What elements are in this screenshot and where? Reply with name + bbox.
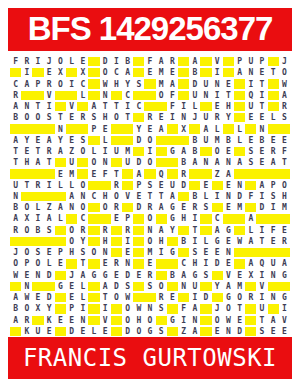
letter-cell: N <box>256 123 267 134</box>
letter-cell: P <box>32 78 43 89</box>
letter-cell: I <box>279 303 290 314</box>
letter-cell: L <box>55 180 66 191</box>
letter-cell: L <box>200 236 211 247</box>
letter-cell: I <box>256 292 267 303</box>
letter-cell: A <box>223 168 234 179</box>
letter-cell: E <box>21 270 32 281</box>
letter-cell: A <box>167 78 178 89</box>
letter-cell: A <box>245 213 256 224</box>
letter-cell: R <box>279 101 290 112</box>
letter-cell: O <box>88 157 99 168</box>
blocked-cell <box>111 225 122 236</box>
letter-cell: T <box>10 157 21 168</box>
blocked-cell <box>234 213 245 224</box>
letter-cell: O <box>88 247 99 258</box>
letter-cell: O <box>21 303 32 314</box>
letter-cell: U <box>10 180 21 191</box>
blocked-cell <box>133 213 144 224</box>
letter-cell: A <box>10 135 21 146</box>
blocked-cell <box>256 247 267 258</box>
letter-cell: I <box>256 90 267 101</box>
blocked-cell <box>144 90 155 101</box>
letter-cell: B <box>189 135 200 146</box>
letter-cell: A <box>55 146 66 157</box>
letter-cell: E <box>100 258 111 269</box>
letter-cell: O <box>111 292 122 303</box>
blocked-cell <box>44 168 55 179</box>
letter-cell: H <box>21 157 32 168</box>
letter-cell: R <box>21 56 32 67</box>
letter-cell: I <box>178 315 189 326</box>
letter-cell: W <box>223 315 234 326</box>
letter-cell: C <box>133 101 144 112</box>
letter-cell: P <box>133 180 144 191</box>
blocked-cell <box>245 123 256 134</box>
letter-cell: R <box>279 236 290 247</box>
puzzle-grid: FRIJOLEDIBFARAVPUPJIEXXOCAEMEBIANETOCAPR… <box>10 56 290 337</box>
letter-cell: R <box>156 292 167 303</box>
letter-cell: E <box>200 247 211 258</box>
letter-cell: E <box>100 123 111 134</box>
blocked-cell <box>268 78 279 89</box>
letter-cell: E <box>66 112 77 123</box>
letter-cell: T <box>256 315 267 326</box>
letter-cell: H <box>279 191 290 202</box>
blocked-cell <box>133 258 144 269</box>
letter-cell: I <box>245 78 256 89</box>
blocked-cell <box>212 202 223 213</box>
blocked-cell <box>100 180 111 191</box>
blocked-cell <box>21 191 32 202</box>
letter-cell: T <box>55 112 66 123</box>
blocked-cell <box>156 135 167 146</box>
letter-cell: X <box>77 67 88 78</box>
letter-cell: L <box>88 146 99 157</box>
blocked-cell <box>245 326 256 337</box>
blocked-cell <box>21 236 32 247</box>
letter-cell: L <box>212 123 223 134</box>
letter-cell: S <box>88 112 99 123</box>
letter-cell: B <box>167 270 178 281</box>
letter-cell: R <box>144 202 155 213</box>
letter-cell: T <box>223 90 234 101</box>
letter-cell: B <box>10 202 21 213</box>
blocked-cell <box>223 56 234 67</box>
letter-cell: N <box>245 67 256 78</box>
letter-cell: R <box>111 180 122 191</box>
letter-cell: S <box>189 247 200 258</box>
blocked-cell <box>32 191 43 202</box>
letter-cell: U <box>245 101 256 112</box>
letter-cell: L <box>234 123 245 134</box>
letter-cell: E <box>66 281 77 292</box>
letter-cell: N <box>122 258 133 269</box>
blocked-cell <box>32 90 43 101</box>
letter-cell: L <box>66 56 77 67</box>
letter-cell: R <box>144 112 155 123</box>
blocked-cell <box>88 315 99 326</box>
blocked-cell <box>55 157 66 168</box>
letter-cell: I <box>32 56 43 67</box>
letter-cell: A <box>268 157 279 168</box>
letter-cell: U <box>268 258 279 269</box>
letter-cell: C <box>77 78 88 89</box>
letter-cell: L <box>44 258 55 269</box>
letter-cell: E <box>223 236 234 247</box>
letter-cell: W <box>234 236 245 247</box>
letter-cell: O <box>212 315 223 326</box>
letter-cell: O <box>55 56 66 67</box>
blocked-cell <box>133 247 144 258</box>
blocked-cell <box>245 315 256 326</box>
blocked-cell <box>122 168 133 179</box>
blocked-cell <box>55 303 66 314</box>
letter-cell: E <box>111 270 122 281</box>
letter-cell: I <box>21 67 32 78</box>
letter-cell: M <box>234 202 245 213</box>
letter-cell: E <box>212 247 223 258</box>
letter-cell: B <box>10 112 21 123</box>
letter-cell: I <box>111 56 122 67</box>
letter-cell: H <box>100 236 111 247</box>
letter-cell: E <box>156 112 167 123</box>
letter-cell: L <box>268 112 279 123</box>
blocked-cell <box>178 292 189 303</box>
letter-cell: Y <box>212 281 223 292</box>
letter-cell: E <box>100 326 111 337</box>
blocked-cell <box>144 292 155 303</box>
letter-cell: J <box>10 247 21 258</box>
blocked-cell <box>55 292 66 303</box>
letter-cell: W <box>122 292 133 303</box>
letter-cell: L <box>100 135 111 146</box>
letter-cell: C <box>111 67 122 78</box>
letter-cell: D <box>133 157 144 168</box>
letter-cell: R <box>32 180 43 191</box>
letter-cell: D <box>44 270 55 281</box>
letter-cell: N <box>100 90 111 101</box>
letter-cell: F <box>245 191 256 202</box>
letter-cell: E <box>279 326 290 337</box>
letter-cell: E <box>178 202 189 213</box>
letter-cell: N <box>223 326 234 337</box>
blocked-cell <box>88 180 99 191</box>
blocked-cell <box>223 123 234 134</box>
blocked-cell <box>156 146 167 157</box>
letter-cell: O <box>133 326 144 337</box>
letter-cell: A <box>156 123 167 134</box>
letter-cell: U <box>200 112 211 123</box>
book-cover: BFS 1429256377 FRIJOLEDIBFARAVPUPJIEXXOC… <box>0 0 300 388</box>
blocked-cell <box>234 225 245 236</box>
letter-cell: T <box>32 146 43 157</box>
letter-cell: T <box>100 292 111 303</box>
letter-cell: B <box>189 146 200 157</box>
letter-cell: D <box>122 326 133 337</box>
letter-cell: U <box>256 303 267 314</box>
letter-cell: T <box>32 101 43 112</box>
blocked-cell <box>10 67 21 78</box>
letter-cell: E <box>223 146 234 157</box>
letter-cell: Z <box>178 326 189 337</box>
letter-cell: H <box>189 258 200 269</box>
letter-cell: F <box>10 56 21 67</box>
letter-cell: N <box>268 292 279 303</box>
letter-cell: I <box>100 303 111 314</box>
letter-cell: V <box>279 315 290 326</box>
letter-cell: I <box>212 90 223 101</box>
blocked-cell <box>88 236 99 247</box>
blocked-cell <box>66 67 77 78</box>
blocked-cell <box>88 213 99 224</box>
letter-cell: S <box>133 78 144 89</box>
letter-cell: G <box>167 247 178 258</box>
blocked-cell <box>111 247 122 258</box>
letter-cell: B <box>32 225 43 236</box>
letter-cell: V <box>44 90 55 101</box>
letter-cell: N <box>21 281 32 292</box>
letter-cell: N <box>32 270 43 281</box>
letter-cell: H <box>156 236 167 247</box>
letter-cell: I <box>212 191 223 202</box>
letter-cell: L <box>55 213 66 224</box>
letter-cell: X <box>178 123 189 134</box>
letter-cell: H <box>223 101 234 112</box>
letter-cell: N <box>178 112 189 123</box>
letter-cell: E <box>44 247 55 258</box>
letter-cell: G <box>212 236 223 247</box>
blocked-cell <box>88 292 99 303</box>
letter-cell: N <box>21 101 32 112</box>
blocked-cell <box>245 180 256 191</box>
blocked-cell <box>212 180 223 191</box>
blocked-cell <box>111 123 122 134</box>
letter-cell: I <box>100 146 111 157</box>
letter-cell: L <box>189 101 200 112</box>
letter-cell: R <box>44 146 55 157</box>
letter-cell: C <box>88 191 99 202</box>
letter-cell: N <box>100 157 111 168</box>
letter-cell: A <box>133 168 144 179</box>
letter-cell: E <box>133 191 144 202</box>
letter-cell: M <box>156 78 167 89</box>
letter-cell: O <box>21 112 32 123</box>
letter-cell: G <box>189 270 200 281</box>
letter-cell: A <box>234 67 245 78</box>
letter-cell: J <box>66 270 77 281</box>
letter-cell: G <box>223 225 234 236</box>
letter-cell: E <box>212 101 223 112</box>
letter-cell: A <box>156 202 167 213</box>
blocked-cell <box>200 168 211 179</box>
letter-cell: R <box>245 292 256 303</box>
letter-cell: S <box>77 247 88 258</box>
blocked-cell <box>44 123 55 134</box>
letter-cell: N <box>77 191 88 202</box>
letter-cell: S <box>279 112 290 123</box>
blocked-cell <box>156 157 167 168</box>
letter-cell: T <box>279 157 290 168</box>
letter-cell: V <box>66 101 77 112</box>
letter-cell: R <box>10 90 21 101</box>
blocked-cell <box>223 67 234 78</box>
letter-cell: E <box>144 67 155 78</box>
letter-cell: M <box>156 67 167 78</box>
blocked-cell <box>21 123 32 134</box>
letter-cell: F <box>268 225 279 236</box>
letter-cell: E <box>256 146 267 157</box>
blocked-cell <box>256 168 267 179</box>
letter-cell: T <box>100 101 111 112</box>
letter-cell: O <box>32 112 43 123</box>
blocked-cell <box>256 213 267 224</box>
letter-cell: R <box>111 202 122 213</box>
letter-cell: S <box>156 303 167 314</box>
letter-cell: X <box>32 303 43 314</box>
letter-cell: D <box>100 56 111 67</box>
letter-cell: N <box>200 90 211 101</box>
letter-cell: R <box>111 258 122 269</box>
letter-cell: U <box>189 90 200 101</box>
blocked-cell <box>44 281 55 292</box>
letter-cell: S <box>144 281 155 292</box>
letter-cell: V <box>256 281 267 292</box>
blocked-cell <box>133 67 144 78</box>
letter-cell: Y <box>21 135 32 146</box>
letter-cell: E <box>66 292 77 303</box>
letter-cell: E <box>88 168 99 179</box>
blocked-cell <box>234 101 245 112</box>
letter-cell: N <box>189 315 200 326</box>
letter-cell: D <box>133 135 144 146</box>
blocked-cell <box>178 135 189 146</box>
letter-cell: Y <box>55 135 66 146</box>
blocked-cell <box>44 236 55 247</box>
blocked-cell <box>167 326 178 337</box>
letter-cell: O <box>77 202 88 213</box>
letter-cell: E <box>55 315 66 326</box>
letter-cell: F <box>178 303 189 314</box>
letter-cell: E <box>268 135 279 146</box>
letter-cell: P <box>88 123 99 134</box>
letter-cell: O <box>55 78 66 89</box>
letter-cell: U <box>200 135 211 146</box>
blocked-cell <box>245 168 256 179</box>
blocked-cell <box>32 67 43 78</box>
letter-cell: N <box>178 281 189 292</box>
blocked-cell <box>178 56 189 67</box>
blocked-cell <box>10 281 21 292</box>
blocked-cell <box>111 157 122 168</box>
letter-cell: E <box>256 67 267 78</box>
blocked-cell <box>178 247 189 258</box>
letter-cell: S <box>256 326 267 337</box>
letter-cell: S <box>44 225 55 236</box>
blocked-cell <box>156 258 167 269</box>
letter-cell: Y <box>133 123 144 134</box>
letter-cell: R <box>212 112 223 123</box>
letter-cell: O <box>122 303 133 314</box>
letter-cell: M <box>122 146 133 157</box>
blocked-cell <box>223 213 234 224</box>
letter-cell: Y <box>44 303 55 314</box>
letter-cell: E <box>144 258 155 269</box>
blocked-cell <box>245 303 256 314</box>
letter-cell: P <box>21 258 32 269</box>
letter-cell: H <box>66 247 77 258</box>
letter-cell: N <box>223 247 234 258</box>
blocked-cell <box>189 180 200 191</box>
letter-cell: N <box>144 225 155 236</box>
letter-cell: E <box>32 135 43 146</box>
letter-cell: A <box>66 191 77 202</box>
letter-cell: C <box>212 213 223 224</box>
letter-cell: M <box>66 168 77 179</box>
blocked-cell <box>55 270 66 281</box>
blocked-cell <box>88 90 99 101</box>
letter-cell: O <box>77 146 88 157</box>
letter-cell: A <box>167 191 178 202</box>
letter-cell: B <box>122 56 133 67</box>
letter-cell: T <box>256 78 267 89</box>
blocked-cell <box>279 123 290 134</box>
letter-cell: D <box>212 258 223 269</box>
blocked-cell <box>189 123 200 134</box>
letter-cell: O <box>10 258 21 269</box>
blocked-cell <box>178 67 189 78</box>
letter-cell: V <box>223 270 234 281</box>
letter-cell: L <box>77 90 88 101</box>
letter-cell: B <box>189 191 200 202</box>
letter-cell: E <box>66 135 77 146</box>
blocked-cell <box>234 90 245 101</box>
letter-cell: O <box>279 180 290 191</box>
blocked-cell <box>200 213 211 224</box>
letter-cell: A <box>44 213 55 224</box>
blocked-cell <box>55 236 66 247</box>
letter-cell: B <box>223 135 234 146</box>
letter-cell: E <box>223 180 234 191</box>
letter-cell: U <box>122 157 133 168</box>
letter-cell: N <box>268 270 279 281</box>
letter-cell: A <box>189 56 200 67</box>
letter-cell: A <box>10 315 21 326</box>
letter-cell: E <box>223 78 234 89</box>
letter-cell: S <box>44 112 55 123</box>
letter-cell: E <box>122 247 133 258</box>
letter-cell: A <box>200 123 211 134</box>
letter-cell: P <box>256 56 267 67</box>
letter-cell: T <box>234 303 245 314</box>
letter-cell: W <box>100 78 111 89</box>
blocked-cell <box>212 292 223 303</box>
blocked-cell <box>88 225 99 236</box>
letter-cell: T <box>268 67 279 78</box>
letter-cell: S <box>245 146 256 157</box>
letter-cell: I <box>122 236 133 247</box>
letter-cell: G <box>167 146 178 157</box>
letter-cell: I <box>200 258 211 269</box>
letter-cell: E <box>111 213 122 224</box>
letter-cell: G <box>279 292 290 303</box>
letter-cell: R <box>77 225 88 236</box>
letter-cell: F <box>144 56 155 67</box>
blocked-cell <box>111 303 122 314</box>
letter-cell: L <box>77 281 88 292</box>
blocked-cell <box>77 168 88 179</box>
letter-cell: O <box>144 135 155 146</box>
letter-cell: E <box>156 180 167 191</box>
